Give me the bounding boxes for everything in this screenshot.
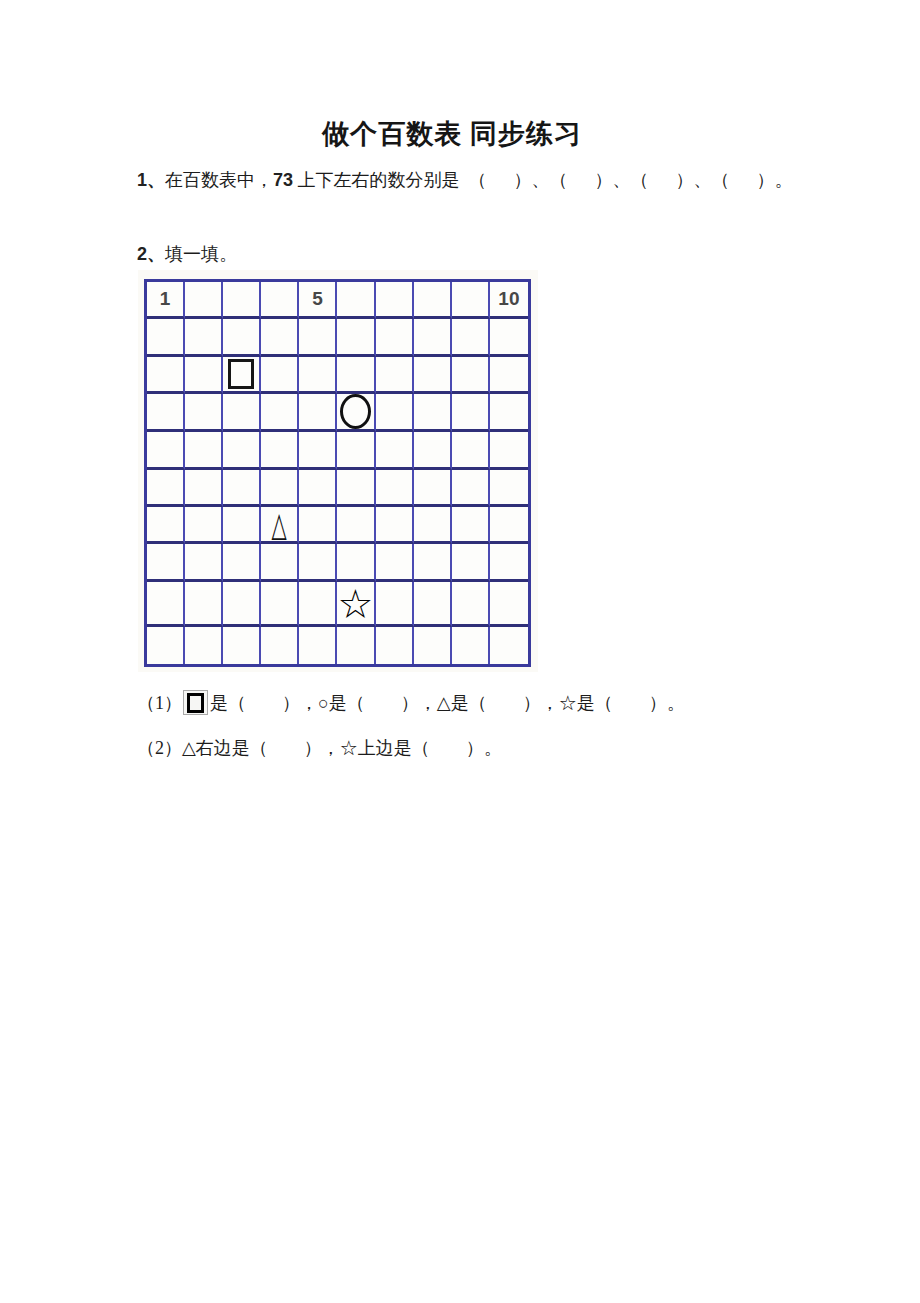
grid-cell-r4c5 <box>299 394 337 432</box>
grid-cell-r8c8 <box>414 544 452 581</box>
grid-cell-r5c7 <box>376 432 414 469</box>
grid-cell-r5c5 <box>299 432 337 469</box>
grid-cell-r8c7 <box>376 544 414 581</box>
grid-cell-r9c7 <box>376 582 414 627</box>
square-symbol <box>228 359 254 389</box>
grid-cell-r7c3 <box>223 507 261 544</box>
cell-number-label-1: 1 <box>160 288 171 310</box>
worksheet-page: { "game": "hundred-chart (百数表) fill-in p… <box>0 0 920 1303</box>
fill1-text: 是（ ），○是（ ），△是（ ），☆是（ ）。 <box>210 693 685 713</box>
question-1-text-a: 在百数表中， <box>165 170 273 190</box>
grid-cell-r4c8 <box>414 394 452 432</box>
grid-cell-r9c9 <box>452 582 490 627</box>
grid-cell-r3c1 <box>147 357 185 394</box>
cell-number-label-5: 5 <box>312 288 323 310</box>
grid-cell-r2c10 <box>490 319 528 356</box>
grid-cell-r2c2 <box>185 319 223 356</box>
grid-cell-r9c5 <box>299 582 337 627</box>
grid-cell-r8c4 <box>261 544 299 581</box>
grid-cell-r4c3 <box>223 394 261 432</box>
grid-cell-r7c4: △ <box>261 507 299 544</box>
cell-number-label-10: 10 <box>498 288 519 310</box>
grid-cell-r9c4 <box>261 582 299 627</box>
grid-cell-r6c3 <box>223 470 261 507</box>
grid-cell-r4c2 <box>185 394 223 432</box>
grid-cell-r8c3 <box>223 544 261 581</box>
grid-cell-r10c7 <box>376 627 414 664</box>
fill-blank-line-2: （2）△右边是（ ），☆上边是（ ）。 <box>137 735 857 761</box>
grid-cell-r2c6 <box>337 319 375 356</box>
grid-cell-r9c6: ☆ <box>337 582 375 627</box>
grid-cell-r10c10 <box>490 627 528 664</box>
inline-square-icon <box>183 690 208 715</box>
grid-cell-r1c9 <box>452 282 490 319</box>
grid-cell-r7c8 <box>414 507 452 544</box>
grid-cell-r9c10 <box>490 582 528 627</box>
grid-cell-r2c5 <box>299 319 337 356</box>
grid-cell-r8c5 <box>299 544 337 581</box>
hundred-chart-image: 1510△☆ <box>138 270 538 672</box>
grid-cell-r2c1 <box>147 319 185 356</box>
grid-cell-r1c3 <box>223 282 261 319</box>
grid-cell-r3c3 <box>223 357 261 394</box>
grid-cell-r7c7 <box>376 507 414 544</box>
grid-cell-r5c9 <box>452 432 490 469</box>
grid-cell-r2c8 <box>414 319 452 356</box>
grid-cell-r2c9 <box>452 319 490 356</box>
grid-cell-r5c1 <box>147 432 185 469</box>
question-2-number: 2、 <box>137 244 165 264</box>
grid-cell-r7c6 <box>337 507 375 544</box>
grid-cell-r4c1 <box>147 394 185 432</box>
grid-cell-r6c10 <box>490 470 528 507</box>
question-1-number: 1、 <box>137 170 165 190</box>
star-symbol: ☆ <box>338 584 374 624</box>
question-2-text: 填一填。 <box>165 244 237 264</box>
grid-cell-r6c6 <box>337 470 375 507</box>
grid-cell-r3c7 <box>376 357 414 394</box>
grid-cell-r7c5 <box>299 507 337 544</box>
grid-cell-r6c5 <box>299 470 337 507</box>
grid-cell-r2c7 <box>376 319 414 356</box>
grid-cell-r3c4 <box>261 357 299 394</box>
circle-symbol <box>340 394 371 429</box>
worksheet-title: 做个百数表 同步练习 <box>0 116 904 152</box>
grid-cell-r6c4 <box>261 470 299 507</box>
grid-cell-r4c6 <box>337 394 375 432</box>
grid-cell-r10c3 <box>223 627 261 664</box>
grid-cell-r10c2 <box>185 627 223 664</box>
hundred-chart-grid: 1510△☆ <box>144 279 531 667</box>
grid-cell-r10c4 <box>261 627 299 664</box>
grid-cell-r5c6 <box>337 432 375 469</box>
question-1: 1、在百数表中，73 上下左右的数分别是 （ ）、（ ）、（ ）、（ ）。 <box>137 167 837 193</box>
grid-cell-r3c6 <box>337 357 375 394</box>
grid-cell-r4c10 <box>490 394 528 432</box>
grid-cell-r8c10 <box>490 544 528 581</box>
grid-cell-r10c8 <box>414 627 452 664</box>
triangle-symbol: △ <box>272 507 287 541</box>
fill1-prefix: （1） <box>137 693 182 713</box>
fill-blank-line-1: （1）是（ ），○是（ ），△是（ ），☆是（ ）。 <box>137 690 857 716</box>
grid-cell-r5c8 <box>414 432 452 469</box>
grid-cell-r3c8 <box>414 357 452 394</box>
grid-cell-r7c9 <box>452 507 490 544</box>
grid-cell-r3c9 <box>452 357 490 394</box>
grid-cell-r6c8 <box>414 470 452 507</box>
grid-cell-r8c2 <box>185 544 223 581</box>
grid-cell-r9c2 <box>185 582 223 627</box>
grid-cell-r9c1 <box>147 582 185 627</box>
grid-cell-r9c3 <box>223 582 261 627</box>
grid-cell-r3c10 <box>490 357 528 394</box>
grid-cell-r8c9 <box>452 544 490 581</box>
grid-cell-r2c4 <box>261 319 299 356</box>
grid-cell-r4c4 <box>261 394 299 432</box>
grid-cell-r7c1 <box>147 507 185 544</box>
grid-cell-r5c3 <box>223 432 261 469</box>
grid-cell-r10c6 <box>337 627 375 664</box>
grid-cell-r10c1 <box>147 627 185 664</box>
grid-cell-r10c9 <box>452 627 490 664</box>
grid-cell-r5c10 <box>490 432 528 469</box>
question-1-target-number: 73 <box>273 170 293 190</box>
grid-cell-r1c10: 10 <box>490 282 528 319</box>
grid-cell-r3c2 <box>185 357 223 394</box>
grid-cell-r1c4 <box>261 282 299 319</box>
grid-cell-r7c2 <box>185 507 223 544</box>
grid-cell-r4c9 <box>452 394 490 432</box>
grid-cell-r5c2 <box>185 432 223 469</box>
grid-cell-r1c7 <box>376 282 414 319</box>
grid-cell-r4c7 <box>376 394 414 432</box>
grid-cell-r3c5 <box>299 357 337 394</box>
square-glyph <box>187 693 204 713</box>
grid-cell-r8c1 <box>147 544 185 581</box>
grid-cell-r6c1 <box>147 470 185 507</box>
question-2-label: 2、填一填。 <box>137 241 237 267</box>
grid-cell-r8c6 <box>337 544 375 581</box>
grid-cell-r6c7 <box>376 470 414 507</box>
question-1-text-b: 上下左右的数分别是 （ ）、（ ）、（ ）、（ ）。 <box>293 170 793 190</box>
fill2-text: （2）△右边是（ ），☆上边是（ ）。 <box>137 738 502 758</box>
grid-cell-r1c8 <box>414 282 452 319</box>
grid-cell-r1c5: 5 <box>299 282 337 319</box>
grid-cell-r9c8 <box>414 582 452 627</box>
grid-cell-r7c10 <box>490 507 528 544</box>
grid-cell-r5c4 <box>261 432 299 469</box>
grid-cell-r6c9 <box>452 470 490 507</box>
grid-cell-r1c6 <box>337 282 375 319</box>
grid-cell-r1c2 <box>185 282 223 319</box>
grid-cell-r2c3 <box>223 319 261 356</box>
grid-cell-r10c5 <box>299 627 337 664</box>
grid-cell-r1c1: 1 <box>147 282 185 319</box>
grid-cell-r6c2 <box>185 470 223 507</box>
